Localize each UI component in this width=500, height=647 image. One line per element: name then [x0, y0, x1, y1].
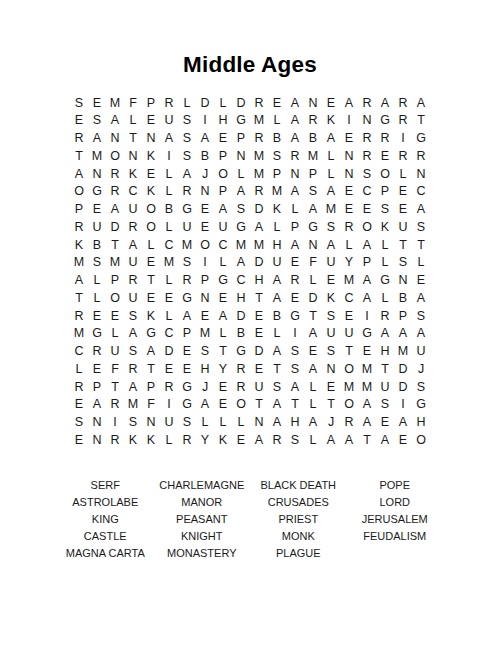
grid-cell[interactable]: M [178, 236, 196, 254]
grid-cell[interactable]: L [232, 165, 250, 183]
grid-cell[interactable]: C [412, 183, 430, 201]
grid-cell[interactable]: R [394, 147, 412, 165]
grid-cell[interactable]: Y [214, 360, 232, 378]
grid-cell[interactable]: L [340, 236, 358, 254]
grid-cell[interactable]: G [232, 218, 250, 236]
grid-cell[interactable]: A [268, 396, 286, 414]
grid-cell[interactable]: N [232, 147, 250, 165]
grid-cell[interactable]: L [322, 165, 340, 183]
grid-cell[interactable]: G [178, 378, 196, 396]
grid-cell[interactable]: B [268, 307, 286, 325]
grid-cell[interactable]: E [88, 307, 106, 325]
grid-cell[interactable]: A [268, 343, 286, 361]
grid-cell[interactable]: N [358, 112, 376, 130]
grid-cell[interactable]: K [124, 431, 142, 449]
grid-cell[interactable]: O [340, 396, 358, 414]
grid-cell[interactable]: A [412, 94, 430, 112]
grid-cell[interactable]: U [106, 343, 124, 361]
grid-cell[interactable]: A [88, 130, 106, 148]
grid-cell[interactable]: A [412, 201, 430, 219]
grid-cell[interactable]: R [106, 183, 124, 201]
grid-cell[interactable]: L [376, 289, 394, 307]
grid-cell[interactable]: K [142, 307, 160, 325]
grid-cell[interactable]: B [394, 289, 412, 307]
grid-cell[interactable]: E [142, 289, 160, 307]
grid-cell[interactable]: A [286, 378, 304, 396]
grid-cell[interactable]: P [88, 378, 106, 396]
grid-cell[interactable]: P [394, 307, 412, 325]
grid-cell[interactable]: A [268, 272, 286, 290]
grid-cell[interactable]: I [358, 307, 376, 325]
grid-cell[interactable]: K [376, 218, 394, 236]
grid-cell[interactable]: R [286, 272, 304, 290]
grid-cell[interactable]: L [268, 218, 286, 236]
grid-cell[interactable]: L [304, 396, 322, 414]
grid-cell[interactable]: B [304, 130, 322, 148]
grid-cell[interactable]: G [286, 307, 304, 325]
grid-cell[interactable]: K [142, 147, 160, 165]
grid-cell[interactable]: S [412, 218, 430, 236]
grid-cell[interactable]: R [376, 130, 394, 148]
grid-cell[interactable]: L [160, 272, 178, 290]
grid-cell[interactable]: S [268, 378, 286, 396]
grid-cell[interactable]: D [304, 289, 322, 307]
grid-cell[interactable]: T [70, 289, 88, 307]
grid-cell[interactable]: H [286, 414, 304, 432]
grid-cell[interactable]: P [214, 147, 232, 165]
grid-cell[interactable]: K [214, 431, 232, 449]
grid-cell[interactable]: I [196, 112, 214, 130]
grid-cell[interactable]: P [106, 272, 124, 290]
grid-cell[interactable]: L [88, 289, 106, 307]
grid-cell[interactable]: N [322, 360, 340, 378]
grid-cell[interactable]: S [178, 254, 196, 272]
grid-cell[interactable]: P [268, 165, 286, 183]
grid-cell[interactable]: L [268, 112, 286, 130]
grid-cell[interactable]: M [322, 201, 340, 219]
grid-cell[interactable]: L [160, 165, 178, 183]
grid-cell[interactable]: T [376, 360, 394, 378]
grid-cell[interactable]: A [268, 289, 286, 307]
grid-cell[interactable]: A [250, 431, 268, 449]
grid-cell[interactable]: I [394, 130, 412, 148]
grid-cell[interactable]: R [178, 183, 196, 201]
grid-cell[interactable]: U [88, 218, 106, 236]
grid-cell[interactable]: G [142, 325, 160, 343]
grid-cell[interactable]: N [304, 236, 322, 254]
grid-cell[interactable]: A [286, 130, 304, 148]
grid-cell[interactable]: L [376, 236, 394, 254]
grid-cell[interactable]: S [124, 307, 142, 325]
grid-cell[interactable]: G [358, 325, 376, 343]
grid-cell[interactable]: A [196, 130, 214, 148]
grid-cell[interactable]: T [106, 378, 124, 396]
grid-cell[interactable]: B [232, 325, 250, 343]
grid-cell[interactable]: A [394, 414, 412, 432]
grid-cell[interactable]: R [70, 218, 88, 236]
grid-cell[interactable]: E [70, 396, 88, 414]
grid-cell[interactable]: U [322, 254, 340, 272]
grid-cell[interactable]: D [250, 201, 268, 219]
grid-cell[interactable]: H [196, 360, 214, 378]
grid-cell[interactable]: N [106, 130, 124, 148]
grid-cell[interactable]: C [358, 183, 376, 201]
grid-cell[interactable]: R [394, 112, 412, 130]
grid-cell[interactable]: A [304, 414, 322, 432]
grid-cell[interactable]: K [142, 183, 160, 201]
grid-cell[interactable]: M [106, 254, 124, 272]
grid-cell[interactable]: E [412, 272, 430, 290]
grid-cell[interactable]: P [70, 201, 88, 219]
grid-cell[interactable]: A [376, 325, 394, 343]
grid-cell[interactable]: M [232, 236, 250, 254]
grid-cell[interactable]: G [304, 218, 322, 236]
grid-cell[interactable]: E [394, 183, 412, 201]
grid-cell[interactable]: O [214, 165, 232, 183]
grid-cell[interactable]: U [322, 325, 340, 343]
grid-cell[interactable]: N [88, 414, 106, 432]
grid-cell[interactable]: T [214, 343, 232, 361]
grid-cell[interactable]: S [412, 378, 430, 396]
grid-cell[interactable]: F [142, 396, 160, 414]
grid-cell[interactable]: R [250, 183, 268, 201]
grid-cell[interactable]: T [412, 112, 430, 130]
grid-cell[interactable]: H [268, 236, 286, 254]
grid-cell[interactable]: P [214, 183, 232, 201]
grid-cell[interactable]: D [160, 343, 178, 361]
grid-cell[interactable]: C [70, 343, 88, 361]
grid-cell[interactable]: R [376, 307, 394, 325]
grid-cell[interactable]: U [124, 289, 142, 307]
grid-cell[interactable]: S [394, 254, 412, 272]
grid-cell[interactable]: K [322, 289, 340, 307]
grid-cell[interactable]: P [376, 183, 394, 201]
grid-cell[interactable]: U [394, 218, 412, 236]
grid-cell[interactable]: A [412, 289, 430, 307]
grid-cell[interactable]: H [214, 112, 232, 130]
grid-cell[interactable]: E [394, 431, 412, 449]
grid-cell[interactable]: A [412, 325, 430, 343]
grid-cell[interactable]: R [394, 94, 412, 112]
grid-cell[interactable]: R [358, 147, 376, 165]
grid-cell[interactable]: A [286, 236, 304, 254]
grid-cell[interactable]: O [376, 165, 394, 183]
grid-cell[interactable]: R [178, 272, 196, 290]
grid-cell[interactable]: P [142, 378, 160, 396]
grid-cell[interactable]: Y [196, 431, 214, 449]
grid-cell[interactable]: G [178, 289, 196, 307]
grid-cell[interactable]: A [178, 165, 196, 183]
grid-cell[interactable]: A [286, 112, 304, 130]
grid-cell[interactable]: A [214, 201, 232, 219]
grid-cell[interactable]: E [142, 165, 160, 183]
grid-cell[interactable]: G [178, 201, 196, 219]
grid-cell[interactable]: A [304, 325, 322, 343]
grid-cell[interactable]: A [304, 201, 322, 219]
grid-cell[interactable]: P [286, 218, 304, 236]
grid-cell[interactable]: I [160, 147, 178, 165]
grid-cell[interactable]: E [70, 112, 88, 130]
grid-cell[interactable]: A [106, 112, 124, 130]
grid-cell[interactable]: A [124, 325, 142, 343]
grid-cell[interactable]: G [232, 112, 250, 130]
grid-cell[interactable]: N [286, 165, 304, 183]
grid-cell[interactable]: A [358, 272, 376, 290]
grid-cell[interactable]: L [214, 254, 232, 272]
grid-cell[interactable]: A [232, 254, 250, 272]
grid-cell[interactable]: A [70, 272, 88, 290]
grid-cell[interactable]: M [358, 378, 376, 396]
grid-cell[interactable]: G [88, 325, 106, 343]
grid-cell[interactable]: T [322, 396, 340, 414]
grid-cell[interactable]: O [70, 183, 88, 201]
grid-cell[interactable]: O [412, 431, 430, 449]
grid-cell[interactable]: M [340, 378, 358, 396]
grid-cell[interactable]: C [340, 289, 358, 307]
grid-cell[interactable]: A [124, 236, 142, 254]
grid-cell[interactable]: E [214, 289, 232, 307]
grid-cell[interactable]: S [286, 431, 304, 449]
grid-cell[interactable]: R [70, 130, 88, 148]
grid-cell[interactable]: A [376, 431, 394, 449]
grid-cell[interactable]: I [394, 396, 412, 414]
grid-cell[interactable]: T [412, 236, 430, 254]
grid-cell[interactable]: T [268, 360, 286, 378]
grid-cell[interactable]: L [286, 201, 304, 219]
grid-cell[interactable]: J [196, 165, 214, 183]
grid-cell[interactable]: E [214, 378, 232, 396]
grid-cell[interactable]: N [412, 165, 430, 183]
grid-cell[interactable]: A [394, 325, 412, 343]
grid-cell[interactable]: I [106, 414, 124, 432]
grid-cell[interactable]: N [250, 414, 268, 432]
grid-cell[interactable]: L [160, 183, 178, 201]
grid-cell[interactable]: N [304, 94, 322, 112]
grid-cell[interactable]: L [304, 272, 322, 290]
grid-cell[interactable]: H [232, 289, 250, 307]
grid-cell[interactable]: L [268, 325, 286, 343]
grid-cell[interactable]: R [70, 378, 88, 396]
grid-cell[interactable]: R [250, 130, 268, 148]
grid-cell[interactable]: M [394, 343, 412, 361]
grid-cell[interactable]: R [160, 378, 178, 396]
grid-cell[interactable]: E [322, 378, 340, 396]
grid-cell[interactable]: N [340, 147, 358, 165]
grid-cell[interactable]: D [232, 94, 250, 112]
grid-cell[interactable]: D [394, 378, 412, 396]
grid-cell[interactable]: G [412, 130, 430, 148]
grid-cell[interactable]: S [70, 94, 88, 112]
grid-cell[interactable]: A [232, 183, 250, 201]
grid-cell[interactable]: E [196, 201, 214, 219]
grid-cell[interactable]: M [250, 165, 268, 183]
grid-cell[interactable]: E [196, 307, 214, 325]
grid-cell[interactable]: S [124, 414, 142, 432]
grid-cell[interactable]: N [196, 183, 214, 201]
grid-cell[interactable]: T [142, 360, 160, 378]
grid-cell[interactable]: T [286, 396, 304, 414]
grid-cell[interactable]: A [124, 378, 142, 396]
grid-cell[interactable]: N [88, 165, 106, 183]
grid-cell[interactable]: E [250, 360, 268, 378]
grid-cell[interactable]: E [106, 307, 124, 325]
grid-cell[interactable]: O [142, 201, 160, 219]
grid-cell[interactable]: R [160, 94, 178, 112]
grid-cell[interactable]: N [394, 272, 412, 290]
grid-cell[interactable]: M [88, 147, 106, 165]
grid-cell[interactable]: A [340, 94, 358, 112]
grid-cell[interactable]: L [178, 94, 196, 112]
grid-cell[interactable]: R [106, 396, 124, 414]
grid-cell[interactable]: S [376, 201, 394, 219]
grid-cell[interactable]: E [394, 201, 412, 219]
grid-cell[interactable]: D [394, 360, 412, 378]
grid-cell[interactable]: M [358, 360, 376, 378]
grid-cell[interactable]: R [232, 378, 250, 396]
grid-cell[interactable]: E [160, 360, 178, 378]
grid-cell[interactable]: O [142, 218, 160, 236]
grid-cell[interactable]: E [322, 94, 340, 112]
grid-cell[interactable]: L [70, 360, 88, 378]
grid-cell[interactable]: M [250, 112, 268, 130]
grid-cell[interactable]: M [70, 254, 88, 272]
grid-cell[interactable]: A [286, 94, 304, 112]
grid-cell[interactable]: M [124, 396, 142, 414]
grid-cell[interactable]: N [142, 130, 160, 148]
grid-cell[interactable]: S [124, 343, 142, 361]
grid-cell[interactable]: S [268, 147, 286, 165]
grid-cell[interactable]: I [196, 254, 214, 272]
grid-cell[interactable]: E [88, 94, 106, 112]
grid-cell[interactable]: S [178, 147, 196, 165]
grid-cell[interactable]: L [304, 431, 322, 449]
grid-cell[interactable]: A [322, 183, 340, 201]
grid-cell[interactable]: F [304, 254, 322, 272]
grid-cell[interactable]: O [106, 147, 124, 165]
grid-cell[interactable]: E [358, 343, 376, 361]
grid-cell[interactable]: E [88, 201, 106, 219]
grid-cell[interactable]: A [358, 414, 376, 432]
grid-cell[interactable]: S [178, 112, 196, 130]
grid-cell[interactable]: S [322, 218, 340, 236]
grid-cell[interactable]: R [268, 431, 286, 449]
grid-cell[interactable]: R [124, 218, 142, 236]
grid-cell[interactable]: P [142, 94, 160, 112]
grid-cell[interactable]: T [106, 236, 124, 254]
grid-cell[interactable]: E [178, 343, 196, 361]
grid-cell[interactable]: L [88, 272, 106, 290]
grid-cell[interactable]: E [376, 414, 394, 432]
grid-cell[interactable]: S [232, 201, 250, 219]
grid-cell[interactable]: I [160, 396, 178, 414]
grid-cell[interactable]: H [376, 343, 394, 361]
grid-cell[interactable]: E [286, 254, 304, 272]
grid-cell[interactable]: E [268, 94, 286, 112]
grid-cell[interactable]: J [322, 414, 340, 432]
grid-cell[interactable]: A [196, 396, 214, 414]
grid-cell[interactable]: C [160, 236, 178, 254]
grid-cell[interactable]: M [340, 272, 358, 290]
grid-cell[interactable]: A [322, 431, 340, 449]
grid-cell[interactable]: E [340, 201, 358, 219]
grid-cell[interactable]: S [376, 396, 394, 414]
grid-cell[interactable]: S [88, 112, 106, 130]
grid-cell[interactable]: U [250, 378, 268, 396]
grid-cell[interactable]: E [214, 396, 232, 414]
grid-cell[interactable]: A [322, 130, 340, 148]
grid-cell[interactable]: A [178, 307, 196, 325]
grid-cell[interactable]: P [358, 254, 376, 272]
grid-cell[interactable]: S [286, 360, 304, 378]
grid-cell[interactable]: G [88, 183, 106, 201]
grid-cell[interactable]: E [304, 343, 322, 361]
grid-cell[interactable]: L [322, 147, 340, 165]
grid-cell[interactable]: P [304, 165, 322, 183]
grid-cell[interactable]: R [358, 130, 376, 148]
grid-cell[interactable]: U [340, 325, 358, 343]
grid-cell[interactable]: R [340, 218, 358, 236]
grid-cell[interactable]: E [88, 360, 106, 378]
grid-cell[interactable]: R [250, 94, 268, 112]
grid-cell[interactable]: S [304, 183, 322, 201]
grid-cell[interactable]: A [358, 396, 376, 414]
grid-cell[interactable]: S [412, 307, 430, 325]
grid-cell[interactable]: U [160, 112, 178, 130]
grid-cell[interactable]: O [232, 396, 250, 414]
grid-cell[interactable]: M [250, 147, 268, 165]
grid-cell[interactable]: J [196, 378, 214, 396]
grid-cell[interactable]: M [268, 183, 286, 201]
grid-cell[interactable]: A [304, 360, 322, 378]
grid-cell[interactable]: S [88, 254, 106, 272]
grid-cell[interactable]: D [250, 343, 268, 361]
grid-cell[interactable]: R [412, 147, 430, 165]
grid-cell[interactable]: U [412, 343, 430, 361]
grid-cell[interactable]: D [106, 218, 124, 236]
grid-cell[interactable]: N [88, 431, 106, 449]
grid-cell[interactable]: I [286, 325, 304, 343]
grid-cell[interactable]: L [160, 307, 178, 325]
grid-cell[interactable]: F [124, 94, 142, 112]
grid-cell[interactable]: M [250, 236, 268, 254]
grid-cell[interactable]: M [106, 94, 124, 112]
grid-cell[interactable]: O [358, 218, 376, 236]
grid-cell[interactable]: R [70, 307, 88, 325]
grid-cell[interactable]: L [304, 378, 322, 396]
grid-cell[interactable]: R [178, 431, 196, 449]
grid-cell[interactable]: P [178, 325, 196, 343]
grid-cell[interactable]: K [142, 431, 160, 449]
grid-cell[interactable]: M [70, 325, 88, 343]
grid-cell[interactable]: A [70, 165, 88, 183]
grid-cell[interactable]: R [124, 272, 142, 290]
grid-cell[interactable]: D [196, 94, 214, 112]
grid-cell[interactable]: B [268, 130, 286, 148]
grid-cell[interactable]: E [340, 183, 358, 201]
grid-cell[interactable]: T [394, 236, 412, 254]
grid-cell[interactable]: Y [340, 254, 358, 272]
grid-cell[interactable]: H [412, 414, 430, 432]
grid-cell[interactable]: D [250, 254, 268, 272]
grid-cell[interactable]: B [88, 236, 106, 254]
grid-cell[interactable]: A [340, 431, 358, 449]
grid-cell[interactable]: U [178, 218, 196, 236]
grid-cell[interactable]: S [322, 343, 340, 361]
grid-cell[interactable]: S [178, 130, 196, 148]
grid-cell[interactable]: G [232, 343, 250, 361]
grid-cell[interactable]: L [106, 325, 124, 343]
grid-cell[interactable]: C [124, 183, 142, 201]
